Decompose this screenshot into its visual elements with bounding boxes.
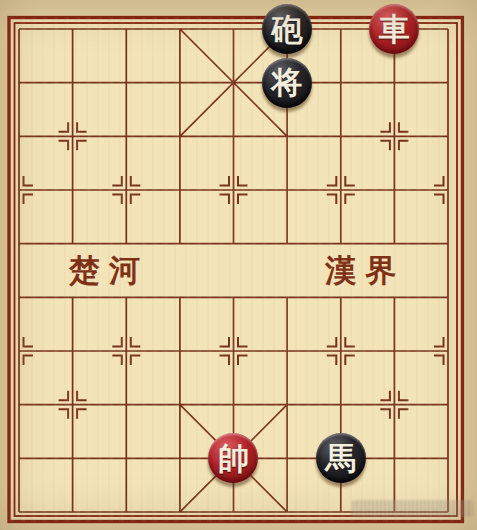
- board-intersections: 砲車将帥馬: [0, 2, 475, 530]
- piece-black-cannon[interactable]: 砲: [262, 4, 312, 54]
- piece-glyph: 車: [379, 14, 410, 45]
- piece-glyph: 帥: [218, 443, 249, 474]
- piece-glyph: 砲: [272, 14, 303, 45]
- xiangqi-board: 楚河 漢界 砲車将帥馬: [0, 0, 477, 530]
- piece-glyph: 馬: [325, 443, 356, 474]
- piece-red-chariot[interactable]: 車: [369, 4, 419, 54]
- piece-glyph: 将: [272, 67, 303, 98]
- piece-red-general[interactable]: 帥: [208, 433, 258, 483]
- piece-black-general[interactable]: 将: [262, 58, 312, 108]
- piece-black-horse[interactable]: 馬: [316, 433, 366, 483]
